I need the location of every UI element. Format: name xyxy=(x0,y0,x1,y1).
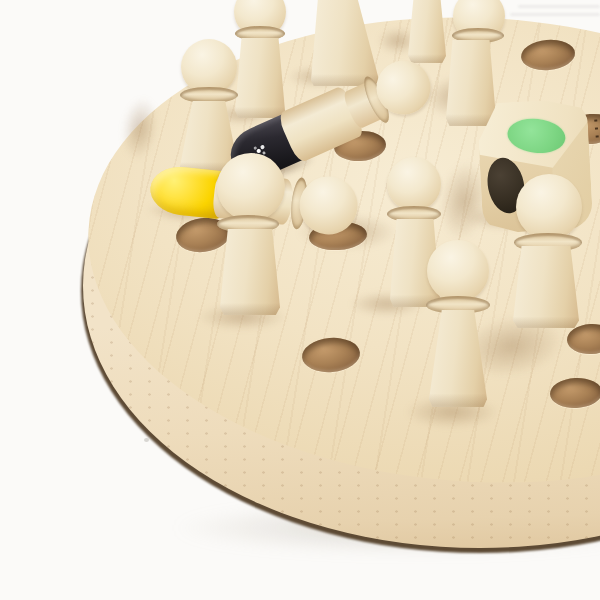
peg-body xyxy=(429,310,487,407)
wall-seam-line xyxy=(510,13,600,16)
standing-peg-back-2 xyxy=(234,0,286,118)
standing-peg-front-left xyxy=(217,153,285,315)
standing-peg-right xyxy=(512,172,582,328)
standing-peg-back-4-cropped xyxy=(408,0,446,63)
peg-ring xyxy=(180,87,238,103)
peg-body xyxy=(513,246,579,328)
peg-body xyxy=(235,38,285,118)
dust-speck xyxy=(144,438,149,442)
peg-head xyxy=(217,153,285,221)
peg-body xyxy=(408,0,446,63)
peg-head xyxy=(516,174,582,240)
peg-head xyxy=(427,240,489,302)
wall-seam-line xyxy=(518,5,600,8)
standing-peg-front-center xyxy=(426,240,490,407)
peg-head xyxy=(387,157,441,211)
memory-chess-product-photo xyxy=(0,0,600,600)
peg-head xyxy=(297,174,361,238)
peg-body xyxy=(220,229,280,315)
